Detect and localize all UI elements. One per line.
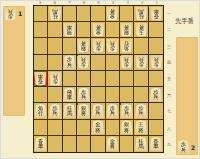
- square-4一[interactable]: 金将: [106, 6, 120, 22]
- square-9八[interactable]: [34, 120, 48, 136]
- square-6一[interactable]: [77, 6, 91, 22]
- square-8六[interactable]: [48, 87, 62, 103]
- square-9七[interactable]: 角行: [34, 103, 48, 119]
- shogi-board: 桂馬金将桂馬香車飛車金将銀将玉将銀将歩兵歩兵角行歩兵歩兵歩兵歩兵歩兵香車歩兵飛車…: [33, 5, 164, 153]
- square-7八[interactable]: [63, 120, 77, 136]
- gote-piece-歩兵: 歩兵: [49, 72, 62, 86]
- square-2二[interactable]: 玉将: [134, 22, 148, 38]
- square-3九[interactable]: [120, 136, 134, 152]
- square-8二[interactable]: [48, 22, 62, 38]
- sente-piece-角行: 角行: [34, 104, 47, 118]
- gote-piece-歩兵: 歩兵: [4, 7, 17, 21]
- square-5七[interactable]: 歩兵: [91, 103, 105, 119]
- square-6三[interactable]: 銀将: [77, 38, 91, 54]
- square-6六[interactable]: 歩兵: [77, 87, 91, 103]
- square-6五[interactable]: [77, 71, 91, 87]
- sente-hand-piece-slot: 歩兵: [177, 140, 190, 154]
- gote-piece-金将: 金将: [106, 7, 119, 21]
- hoshi-dot: [119, 103, 121, 105]
- sente-piece-桂馬: 桂馬: [135, 137, 148, 151]
- square-7七[interactable]: 桂馬: [63, 103, 77, 119]
- rank-label-四: 四: [165, 54, 173, 70]
- gote-piece-角行: 角行: [120, 39, 133, 53]
- square-9九[interactable]: 香車: [34, 136, 48, 152]
- square-1九[interactable]: 香車: [149, 136, 163, 152]
- square-6八[interactable]: [77, 120, 91, 136]
- square-7九[interactable]: [63, 136, 77, 152]
- square-9四[interactable]: [34, 55, 48, 71]
- sente-piece-香車: 香車: [34, 137, 47, 151]
- square-6九[interactable]: [77, 136, 91, 152]
- turn-indicator: 先手番: [175, 17, 200, 26]
- rank-label-三: 三: [165, 38, 173, 54]
- square-3二[interactable]: 銀将: [120, 22, 134, 38]
- square-4四[interactable]: [106, 55, 120, 71]
- square-4三[interactable]: 歩兵: [106, 38, 120, 54]
- square-7四[interactable]: 歩兵: [63, 55, 77, 71]
- square-1一[interactable]: 香車: [149, 6, 163, 22]
- square-3六[interactable]: [120, 87, 134, 103]
- sente-piece-歩兵: 歩兵: [63, 55, 76, 69]
- square-7六[interactable]: 飛車: [63, 87, 77, 103]
- square-1八[interactable]: [149, 120, 163, 136]
- gote-piece-香車: 香車: [34, 72, 47, 86]
- sente-piece-歩兵: 歩兵: [106, 104, 119, 118]
- square-6七[interactable]: 銀将: [77, 103, 91, 119]
- square-2一[interactable]: 桂馬: [134, 6, 148, 22]
- sente-piece-金将: 金将: [92, 120, 105, 134]
- square-5九[interactable]: [91, 136, 105, 152]
- square-7一[interactable]: [63, 6, 77, 22]
- square-2三[interactable]: [134, 38, 148, 54]
- square-2九[interactable]: 桂馬: [134, 136, 148, 152]
- gote-piece-桂馬: 桂馬: [135, 7, 148, 21]
- square-7二[interactable]: 飛車: [63, 22, 77, 38]
- square-9三[interactable]: [34, 38, 48, 54]
- gote-piece-歩兵: 歩兵: [77, 55, 90, 69]
- gote-piece-飛車: 飛車: [63, 23, 76, 37]
- square-9一[interactable]: [34, 6, 48, 22]
- square-1四[interactable]: 歩兵: [149, 55, 163, 71]
- sente-piece-飛車: 飛車: [63, 88, 76, 102]
- sente-piece-王将: 王将: [135, 120, 148, 134]
- square-2五[interactable]: [134, 71, 148, 87]
- square-5八[interactable]: 金将: [91, 120, 105, 136]
- gote-piece-歩兵: 歩兵: [135, 55, 148, 69]
- rank-label-八: 八: [165, 120, 173, 136]
- hoshi-dot: [119, 54, 121, 56]
- gote-piece-玉将: 玉将: [135, 23, 148, 37]
- square-3一[interactable]: [120, 6, 134, 22]
- hoshi-dot: [76, 103, 78, 105]
- sente-hand-entry[interactable]: 歩兵 2: [177, 140, 197, 154]
- square-8四[interactable]: [48, 55, 62, 71]
- square-2七[interactable]: 歩兵: [134, 103, 148, 119]
- square-1二[interactable]: [149, 22, 163, 38]
- square-5二[interactable]: 金将: [91, 22, 105, 38]
- square-1三[interactable]: [149, 38, 163, 54]
- shogi-app-window: 987654321 一二三四五六七八九 桂馬金将桂馬香車飛車金将銀将玉将銀将歩兵…: [0, 0, 200, 159]
- rank-label-九: 九: [165, 137, 173, 153]
- square-9二[interactable]: [34, 22, 48, 38]
- square-8三[interactable]: [48, 38, 62, 54]
- square-3五[interactable]: [120, 71, 134, 87]
- square-4九[interactable]: 金将: [106, 136, 120, 152]
- sente-captured-tray: 歩兵 2: [176, 37, 198, 155]
- square-5一[interactable]: [91, 6, 105, 22]
- gote-piece-香車: 香車: [150, 7, 163, 21]
- sente-piece-桂馬: 桂馬: [63, 104, 76, 118]
- gote-piece-桂馬: 桂馬: [49, 7, 62, 21]
- square-9五[interactable]: 香車: [34, 71, 48, 87]
- square-8九[interactable]: [48, 136, 62, 152]
- gote-hand-entry[interactable]: 歩兵 1: [4, 7, 24, 21]
- square-3八[interactable]: 銀将: [120, 120, 134, 136]
- sente-piece-銀将: 銀将: [120, 120, 133, 134]
- sente-piece-歩兵: 歩兵: [120, 104, 133, 118]
- sente-piece-金将: 金将: [106, 137, 119, 151]
- square-5六[interactable]: [91, 87, 105, 103]
- rank-label-七: 七: [165, 104, 173, 120]
- rank-coordinate-labels: 一二三四五六七八九: [165, 5, 173, 153]
- sente-piece-歩兵: 歩兵: [92, 104, 105, 118]
- square-2八[interactable]: 王将: [134, 120, 148, 136]
- sente-piece-香車: 香車: [150, 137, 163, 151]
- sente-piece-歩兵: 歩兵: [150, 88, 163, 102]
- gote-captured-tray: 歩兵 1: [3, 6, 25, 116]
- square-4五[interactable]: [106, 71, 120, 87]
- square-2四[interactable]: 歩兵: [134, 55, 148, 71]
- square-6二[interactable]: [77, 22, 91, 38]
- rank-label-六: 六: [165, 87, 173, 103]
- hoshi-dot: [76, 54, 78, 56]
- square-3四[interactable]: 歩兵: [120, 55, 134, 71]
- square-1六[interactable]: 歩兵: [149, 87, 163, 103]
- square-5五[interactable]: [91, 71, 105, 87]
- square-7五[interactable]: [63, 71, 77, 87]
- square-8一[interactable]: 桂馬: [48, 6, 62, 22]
- square-8五[interactable]: 歩兵: [48, 71, 62, 87]
- sente-piece-歩兵: 歩兵: [177, 140, 190, 154]
- gote-hand-count: 1: [18, 10, 22, 17]
- square-4六[interactable]: [106, 87, 120, 103]
- gote-piece-銀将: 銀将: [120, 23, 133, 37]
- square-1七[interactable]: [149, 103, 163, 119]
- square-1五[interactable]: [149, 71, 163, 87]
- gote-piece-歩兵: 歩兵: [150, 55, 163, 69]
- sente-piece-歩兵: 歩兵: [77, 88, 90, 102]
- gote-piece-歩兵: 歩兵: [120, 55, 133, 69]
- square-7三[interactable]: [63, 38, 77, 54]
- sente-piece-歩兵: 歩兵: [135, 104, 148, 118]
- square-8七[interactable]: 歩兵: [48, 103, 62, 119]
- square-6四[interactable]: 歩兵: [77, 55, 91, 71]
- gote-piece-歩兵: 歩兵: [106, 39, 119, 53]
- gote-hand-piece-slot: 歩兵: [4, 7, 17, 21]
- sente-piece-銀将: 銀将: [77, 104, 90, 118]
- rank-label-二: 二: [165, 21, 173, 37]
- square-4二[interactable]: [106, 22, 120, 38]
- square-3三[interactable]: 角行: [120, 38, 134, 54]
- square-4七[interactable]: 歩兵: [106, 103, 120, 119]
- square-8八[interactable]: [48, 120, 62, 136]
- gote-piece-銀将: 銀将: [77, 39, 90, 53]
- sente-hand-count: 2: [191, 144, 195, 151]
- square-5四[interactable]: [91, 55, 105, 71]
- square-3七[interactable]: 歩兵: [120, 103, 134, 119]
- sente-piece-歩兵: 歩兵: [49, 104, 62, 118]
- rank-label-一: 一: [165, 5, 173, 21]
- square-2六[interactable]: [134, 87, 148, 103]
- square-5三[interactable]: 歩兵: [91, 38, 105, 54]
- rank-label-五: 五: [165, 71, 173, 87]
- gote-piece-金将: 金将: [92, 23, 105, 37]
- square-9六[interactable]: [34, 87, 48, 103]
- gote-piece-歩兵: 歩兵: [92, 39, 105, 53]
- square-4八[interactable]: [106, 120, 120, 136]
